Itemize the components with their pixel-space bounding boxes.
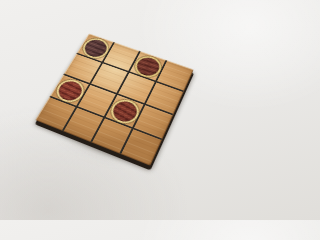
photo-scene: [0, 0, 220, 220]
